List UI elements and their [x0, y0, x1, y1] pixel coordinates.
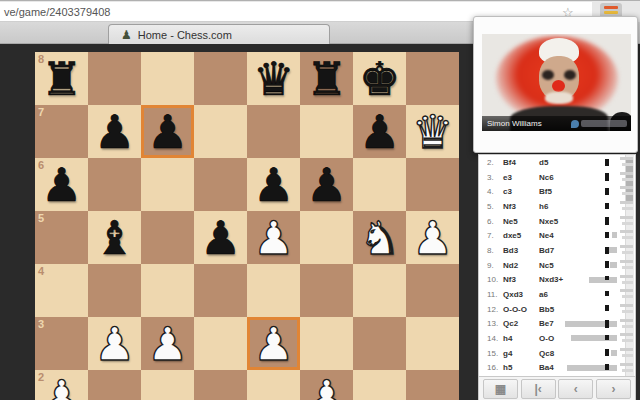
square-f2[interactable]: ♟ [300, 370, 353, 400]
white-move[interactable]: e3 [503, 173, 539, 182]
piece-bq-e8[interactable]: ♛ [247, 52, 300, 105]
tab-home-chesscom[interactable]: ♟ Home - Chess.com [108, 24, 330, 44]
white-move[interactable]: Bd3 [503, 246, 539, 255]
move-number: 14. [487, 334, 503, 343]
move-row-7[interactable]: 7.dxe5Ne4 [479, 228, 635, 243]
square-e4[interactable] [247, 264, 300, 317]
move-row-6[interactable]: 6.Ne5Nxe5 [479, 214, 635, 229]
black-move[interactable]: Bb5 [539, 305, 579, 314]
square-b2[interactable] [88, 370, 141, 400]
square-b8[interactable] [88, 52, 141, 105]
move-time-zone [579, 302, 635, 317]
move-time-zone [579, 184, 635, 199]
chess-board: 8♜♛♜♚7♟♟♟♛6♟♟♟5♝♟♟♞♟43♟♟♟2♟♟ [35, 52, 459, 400]
tab-title: Home - Chess.com [138, 29, 232, 41]
move-time-zone [579, 273, 635, 288]
clown-nose [552, 80, 565, 92]
move-list: 2.Bf4d53.e3Nc64.c3Bf55.Nf3h66.Ne5Nxe57.d… [478, 154, 636, 378]
prev-move-button[interactable]: ‹ [558, 379, 593, 399]
move-time-zone [579, 155, 635, 170]
move-time-zone [579, 287, 635, 302]
piece-br-f8[interactable]: ♜ [300, 52, 353, 105]
square-d5[interactable]: ♟ [194, 211, 247, 264]
move-number: 2. [487, 158, 503, 167]
white-move[interactable]: Qxd3 [503, 290, 539, 299]
piece-wp-b3[interactable]: ♟ [88, 317, 141, 370]
black-move[interactable]: Nxd3+ [539, 275, 579, 284]
watermark [581, 120, 627, 127]
square-e7[interactable] [247, 105, 300, 158]
square-g5[interactable]: ♞ [353, 211, 406, 264]
white-move[interactable]: c3 [503, 187, 539, 196]
move-number: 4. [487, 187, 503, 196]
move-time-zone [579, 361, 635, 376]
piece-wp-f2[interactable]: ♟ [300, 370, 353, 400]
move-row-13[interactable]: 13.Qc2Be7 [479, 317, 635, 332]
move-number: 3. [487, 173, 503, 182]
move-row-16[interactable]: 16.h5Ba4 [479, 361, 635, 376]
flip-board-button[interactable]: ▦ [483, 379, 518, 399]
move-number: 13. [487, 319, 503, 328]
rank-label-7: 7 [38, 106, 44, 118]
white-move[interactable]: Ne5 [503, 217, 539, 226]
square-h7[interactable]: ♛ [406, 105, 459, 158]
piece-wp-a2[interactable]: ♟ [35, 370, 88, 400]
piece-wp-h5[interactable]: ♟ [406, 211, 459, 264]
right-eye [564, 70, 576, 80]
move-row-8[interactable]: 8.Bd3Bd7 [479, 243, 635, 258]
white-move[interactable]: g4 [503, 349, 539, 358]
move-row-11[interactable]: 11.Qxd3a6 [479, 287, 635, 302]
piece-bk-g8[interactable]: ♚ [353, 52, 406, 105]
move-row-12[interactable]: 12.O-O-OBb5 [479, 302, 635, 317]
piece-bp-d5[interactable]: ♟ [194, 211, 247, 264]
piece-br-a8[interactable]: ♜ [35, 52, 88, 105]
square-c2[interactable] [141, 370, 194, 400]
square-f7[interactable] [300, 105, 353, 158]
move-row-14[interactable]: 14.h4O-O [479, 331, 635, 346]
white-move[interactable]: Qc2 [503, 319, 539, 328]
page-content: 8♜♛♜♚7♟♟♟♛6♟♟♟5♝♟♟♞♟43♟♟♟2♟♟ Simon Willi… [0, 44, 640, 400]
next-move-button[interactable]: › [596, 379, 631, 399]
square-e3[interactable]: ♟ [247, 317, 300, 370]
square-e6[interactable]: ♟ [247, 158, 300, 211]
square-h8[interactable] [406, 52, 459, 105]
black-move[interactable]: Ne4 [539, 231, 579, 240]
square-g8[interactable]: ♚ [353, 52, 406, 105]
move-row-2[interactable]: 2.Bf4d5 [479, 155, 635, 170]
square-g2[interactable] [353, 370, 406, 400]
black-move[interactable]: Nc5 [539, 261, 579, 270]
move-row-10[interactable]: 10.Nf3Nxd3+ [479, 273, 635, 288]
move-time-zone [579, 258, 635, 273]
square-a5[interactable]: 5 [35, 211, 88, 264]
square-a4[interactable]: 4 [35, 264, 88, 317]
move-time-zone [579, 199, 635, 214]
first-move-button[interactable]: |‹ [521, 379, 556, 399]
piece-bp-a6[interactable]: ♟ [35, 158, 88, 211]
white-move[interactable]: O-O-O [503, 305, 539, 314]
move-row-4[interactable]: 4.c3Bf5 [479, 184, 635, 199]
square-h6[interactable] [406, 158, 459, 211]
square-h5[interactable]: ♟ [406, 211, 459, 264]
white-move[interactable]: dxe5 [503, 231, 539, 240]
move-time-zone [579, 331, 635, 346]
black-move[interactable]: Bd7 [539, 246, 579, 255]
piece-wp-c3[interactable]: ♟ [141, 317, 194, 370]
white-move[interactable]: Nf3 [503, 202, 539, 211]
square-c3[interactable]: ♟ [141, 317, 194, 370]
piece-wp-e5[interactable]: ♟ [247, 211, 300, 264]
rank-label-5: 5 [38, 212, 44, 224]
move-number: 6. [487, 217, 503, 226]
square-d3[interactable] [194, 317, 247, 370]
move-row-15[interactable]: 15.g4Qc8 [479, 346, 635, 361]
white-move[interactable]: Nf3 [503, 275, 539, 284]
square-a7[interactable]: 7 [35, 105, 88, 158]
pawn-favicon-icon: ♟ [121, 29, 132, 41]
move-row-9[interactable]: 9.Nd2Nc5 [479, 258, 635, 273]
move-number: 8. [487, 246, 503, 255]
square-a6[interactable]: 6♟ [35, 158, 88, 211]
rank-label-3: 3 [38, 318, 44, 330]
mouth [545, 92, 573, 104]
square-d2[interactable] [194, 370, 247, 400]
webcam-video[interactable]: Simon Williams [482, 34, 631, 131]
white-move[interactable]: h4 [503, 334, 539, 343]
square-c7[interactable]: ♟ [141, 105, 194, 158]
move-number: 10. [487, 275, 503, 284]
player-name-caption: Simon Williams [487, 119, 542, 128]
left-eye [542, 70, 554, 80]
square-f8[interactable]: ♜ [300, 52, 353, 105]
piece-wn-g5[interactable]: ♞ [353, 211, 406, 264]
white-move[interactable]: Nd2 [503, 261, 539, 270]
square-e2[interactable] [247, 370, 300, 400]
square-g6[interactable] [353, 158, 406, 211]
black-move[interactable]: d5 [539, 158, 579, 167]
move-number: 12. [487, 305, 503, 314]
square-d7[interactable] [194, 105, 247, 158]
square-d4[interactable] [194, 264, 247, 317]
move-time-zone [579, 346, 635, 361]
square-g4[interactable] [353, 264, 406, 317]
square-g3[interactable] [353, 317, 406, 370]
move-row-5[interactable]: 5.Nf3h6 [479, 199, 635, 214]
move-nav-bar: ▦ |‹ ‹ › [478, 376, 636, 400]
move-number: 7. [487, 231, 503, 240]
square-b3[interactable]: ♟ [88, 317, 141, 370]
caption-bar: Simon Williams [482, 116, 631, 131]
square-e8[interactable]: ♛ [247, 52, 300, 105]
piece-wp-e3[interactable]: ♟ [247, 317, 300, 370]
piece-bb-b5[interactable]: ♝ [88, 211, 141, 264]
piece-bp-c7[interactable]: ♟ [141, 105, 194, 158]
url-text: ve/game/2403379408 [4, 6, 110, 18]
square-c5[interactable] [141, 211, 194, 264]
square-g7[interactable]: ♟ [353, 105, 406, 158]
square-e5[interactable]: ♟ [247, 211, 300, 264]
black-move[interactable]: h6 [539, 202, 579, 211]
black-move[interactable]: Nc6 [539, 173, 579, 182]
square-c4[interactable] [141, 264, 194, 317]
square-b5[interactable]: ♝ [88, 211, 141, 264]
move-number: 16. [487, 363, 503, 372]
rank-label-4: 4 [38, 265, 44, 277]
piece-bp-f6[interactable]: ♟ [300, 158, 353, 211]
black-move[interactable]: Bf5 [539, 187, 579, 196]
square-b4[interactable] [88, 264, 141, 317]
square-h2[interactable] [406, 370, 459, 400]
square-d8[interactable] [194, 52, 247, 105]
piece-bp-g7[interactable]: ♟ [353, 105, 406, 158]
square-f4[interactable] [300, 264, 353, 317]
square-f5[interactable] [300, 211, 353, 264]
piece-wq-h7[interactable]: ♛ [406, 105, 459, 158]
black-move[interactable]: a6 [539, 290, 579, 299]
square-c6[interactable] [141, 158, 194, 211]
move-number: 5. [487, 202, 503, 211]
move-time-zone [579, 317, 635, 332]
square-f3[interactable] [300, 317, 353, 370]
webcam-panel: Simon Williams [473, 16, 638, 153]
white-move[interactable]: h5 [503, 363, 539, 372]
white-move[interactable]: Bf4 [503, 158, 539, 167]
square-d6[interactable] [194, 158, 247, 211]
move-time-zone [579, 170, 635, 185]
piece-bp-e6[interactable]: ♟ [247, 158, 300, 211]
twitter-bird-icon [571, 120, 579, 128]
move-number: 11. [487, 290, 503, 299]
square-b7[interactable]: ♟ [88, 105, 141, 158]
square-b6[interactable] [88, 158, 141, 211]
square-a8[interactable]: 8♜ [35, 52, 88, 105]
square-f6[interactable]: ♟ [300, 158, 353, 211]
piece-bp-b7[interactable]: ♟ [88, 105, 141, 158]
square-h4[interactable] [406, 264, 459, 317]
square-a2[interactable]: 2♟ [35, 370, 88, 400]
move-time-zone [579, 214, 635, 229]
black-move[interactable]: Qc8 [539, 349, 579, 358]
move-time-zone [579, 243, 635, 258]
black-move[interactable]: Nxe5 [539, 217, 579, 226]
square-c8[interactable] [141, 52, 194, 105]
square-h3[interactable] [406, 317, 459, 370]
square-a3[interactable]: 3 [35, 317, 88, 370]
move-row-3[interactable]: 3.e3Nc6 [479, 170, 635, 185]
move-time-zone [579, 228, 635, 243]
move-number: 15. [487, 349, 503, 358]
move-number: 9. [487, 261, 503, 270]
